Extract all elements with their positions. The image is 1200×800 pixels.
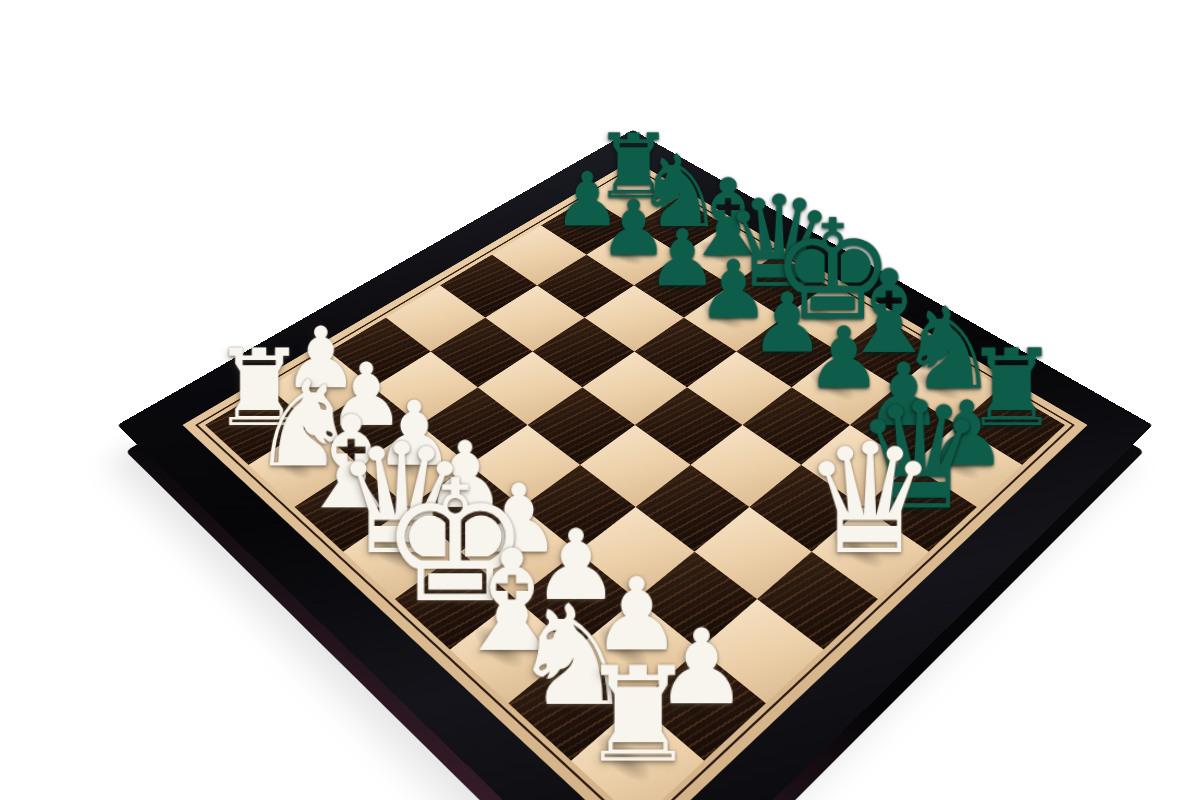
spare-white-queen-h5: ♛ xyxy=(802,424,939,577)
pieces-layer: ♜♞♝♛♚♝♞♜♟♟♟♟♟♟♟♟♛♛♟♟♟♟♟♟♟♟♜♞♝♛♚♝♞♜ xyxy=(117,130,1152,800)
photo-scene: ♜♞♝♛♚♝♞♜♟♟♟♟♟♟♟♟♛♛♟♟♟♟♟♟♟♟♜♞♝♛♚♝♞♜ xyxy=(0,0,1200,800)
cell-h1: ♜ xyxy=(571,703,704,800)
cell-h5: ♛ xyxy=(812,507,929,599)
